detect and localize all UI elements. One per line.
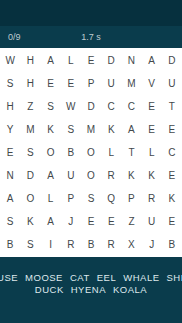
grid-cell[interactable]: Y — [0, 118, 20, 141]
grid-cell[interactable]: N — [0, 164, 20, 187]
grid-cell[interactable]: E — [61, 72, 81, 95]
grid-cell[interactable]: S — [20, 233, 40, 256]
grid-cell[interactable]: E — [142, 95, 162, 118]
grid-cell[interactable]: L — [40, 187, 60, 210]
grid-cell[interactable]: V — [142, 72, 162, 95]
game-timer: 1.7 s — [0, 32, 182, 42]
grid-cell[interactable]: K — [142, 164, 162, 187]
grid-cell[interactable]: S — [0, 72, 20, 95]
grid-cell[interactable]: A — [121, 118, 141, 141]
grid-cell[interactable]: Z — [20, 95, 40, 118]
grid-cell[interactable]: R — [142, 187, 162, 210]
word-item: SHEEP — [167, 272, 182, 284]
grid-cell[interactable]: D — [101, 49, 121, 72]
grid-cell[interactable]: P — [61, 187, 81, 210]
grid-cell[interactable]: A — [0, 187, 20, 210]
grid-cell[interactable]: Q — [101, 187, 121, 210]
grid-cell[interactable]: J — [142, 233, 162, 256]
word-list-line-2: DUCKHYENAKOALA — [0, 284, 182, 296]
grid-cell[interactable]: O — [81, 141, 101, 164]
grid-cell[interactable]: E — [101, 210, 121, 233]
grid-cell[interactable]: E — [40, 72, 60, 95]
grid-cell[interactable]: H — [0, 95, 20, 118]
grid-cell[interactable]: L — [101, 141, 121, 164]
grid-cell[interactable]: S — [40, 95, 60, 118]
grid-cell[interactable]: D — [81, 95, 101, 118]
grid-cell[interactable]: K — [162, 187, 182, 210]
word-item: WHALE — [123, 272, 159, 284]
grid-cell[interactable]: U — [142, 210, 162, 233]
grid-cell[interactable]: O — [40, 141, 60, 164]
grid-cell[interactable]: U — [101, 72, 121, 95]
grid-cell[interactable]: U — [162, 72, 182, 95]
grid-cell[interactable]: S — [81, 187, 101, 210]
grid-cell[interactable]: E — [162, 164, 182, 187]
grid-cell[interactable]: L — [61, 49, 81, 72]
grid-cell[interactable]: E — [142, 118, 162, 141]
grid-cell[interactable]: A — [40, 49, 60, 72]
game-header: 0/9 1.7 s — [0, 26, 182, 48]
grid-cell[interactable]: E — [162, 210, 182, 233]
grid-cell[interactable]: X — [121, 233, 141, 256]
word-item: MOOSE — [25, 272, 63, 284]
grid-cell[interactable]: C — [162, 141, 182, 164]
grid-cell[interactable]: B — [81, 233, 101, 256]
grid-cell[interactable]: E — [162, 118, 182, 141]
grid-cell[interactable]: T — [121, 141, 141, 164]
grid-cell[interactable]: E — [0, 141, 20, 164]
grid-cell[interactable]: R — [101, 233, 121, 256]
grid-cell[interactable]: M — [121, 72, 141, 95]
grid-cell[interactable]: C — [101, 95, 121, 118]
grid-cell[interactable]: H — [20, 49, 40, 72]
word-item: KOALA — [113, 284, 147, 296]
word-item: EEL — [97, 272, 116, 284]
grid-cell[interactable]: K — [121, 164, 141, 187]
grid-cell[interactable]: K — [40, 118, 60, 141]
grid-cell[interactable]: K — [20, 210, 40, 233]
word-list-line-1: MOUSEMOOSECATEELWHALESHEEP — [0, 272, 182, 284]
grid-cell[interactable]: B — [162, 233, 182, 256]
grid-cell[interactable]: O — [20, 187, 40, 210]
grid-cell[interactable]: L — [142, 141, 162, 164]
grid-cell[interactable]: O — [81, 164, 101, 187]
grid-cell[interactable]: D — [162, 49, 182, 72]
grid-cell[interactable]: T — [162, 95, 182, 118]
grid-cell[interactable]: N — [121, 49, 141, 72]
status-bar — [0, 0, 182, 26]
grid-cell[interactable]: U — [61, 164, 81, 187]
grid-cell[interactable]: C — [121, 95, 141, 118]
grid-cell[interactable]: I — [40, 233, 60, 256]
grid-cell[interactable]: P — [81, 72, 101, 95]
grid-cell[interactable]: R — [61, 233, 81, 256]
letter-grid[interactable]: WHALEDNADSHEEPUMVUHZSWDCCETYMKSMKAEEESOB… — [0, 48, 182, 257]
grid-cell[interactable]: B — [0, 233, 20, 256]
grid-cell[interactable]: B — [61, 141, 81, 164]
grid-cell[interactable]: E — [81, 49, 101, 72]
grid-cell[interactable]: P — [121, 187, 141, 210]
word-item: DUCK — [35, 284, 64, 296]
grid-cell[interactable]: Z — [121, 210, 141, 233]
grid-cell[interactable]: M — [81, 118, 101, 141]
word-item: MOUSE — [0, 272, 18, 284]
word-item: HYENA — [71, 284, 106, 296]
grid-cell[interactable]: S — [0, 210, 20, 233]
grid-cell[interactable]: K — [101, 118, 121, 141]
grid-cell[interactable]: M — [20, 118, 40, 141]
grid-cell[interactable]: D — [20, 164, 40, 187]
word-search-app: 0/9 1.7 s WHALEDNADSHEEPUMVUHZSWDCCETYMK… — [0, 0, 182, 323]
word-list-panel: MOUSEMOOSECATEELWHALESHEEP DUCKHYENAKOAL… — [0, 257, 182, 323]
grid-cell[interactable]: A — [142, 49, 162, 72]
grid-cell[interactable]: S — [20, 141, 40, 164]
grid-cell[interactable]: W — [61, 95, 81, 118]
grid-cell[interactable]: A — [40, 164, 60, 187]
grid-cell[interactable]: R — [101, 164, 121, 187]
grid-cell[interactable]: J — [61, 210, 81, 233]
grid-cell[interactable]: A — [40, 210, 60, 233]
word-item: CAT — [70, 272, 90, 284]
grid-cell[interactable]: H — [20, 72, 40, 95]
grid-cell[interactable]: E — [81, 210, 101, 233]
grid-cell[interactable]: W — [0, 49, 20, 72]
grid-cell[interactable]: S — [61, 118, 81, 141]
